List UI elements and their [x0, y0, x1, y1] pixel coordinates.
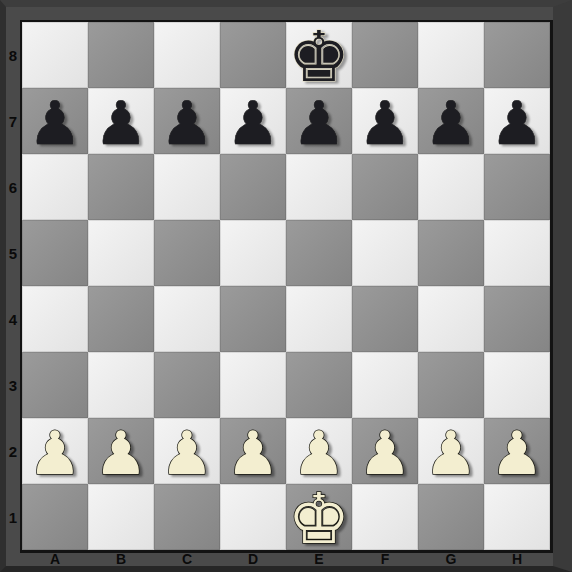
square-g2[interactable]: ♟ [418, 418, 484, 484]
square-b7[interactable]: ♟ [88, 88, 154, 154]
square-c7[interactable]: ♟ [154, 88, 220, 154]
square-c2[interactable]: ♟ [154, 418, 220, 484]
square-b5[interactable] [88, 220, 154, 286]
square-g7[interactable]: ♟ [418, 88, 484, 154]
piece-black-pawn-c7[interactable]: ♟ [160, 93, 214, 153]
rank-label-5: 5 [6, 220, 20, 286]
square-f2[interactable]: ♟ [352, 418, 418, 484]
square-a4[interactable] [22, 286, 88, 352]
square-h4[interactable] [484, 286, 550, 352]
square-h3[interactable] [484, 352, 550, 418]
square-d5[interactable] [220, 220, 286, 286]
square-g3[interactable] [418, 352, 484, 418]
square-a1[interactable] [22, 484, 88, 550]
square-a2[interactable]: ♟ [22, 418, 88, 484]
piece-black-king-e8[interactable]: ♚ [288, 22, 351, 92]
square-e5[interactable] [286, 220, 352, 286]
rank-labels: 87654321 [6, 22, 20, 550]
square-c5[interactable] [154, 220, 220, 286]
square-h8[interactable] [484, 22, 550, 88]
piece-white-pawn-h2[interactable]: ♟ [490, 423, 544, 483]
square-h2[interactable]: ♟ [484, 418, 550, 484]
square-b8[interactable] [88, 22, 154, 88]
square-d8[interactable] [220, 22, 286, 88]
rank-label-3: 3 [6, 352, 20, 418]
piece-black-pawn-e7[interactable]: ♟ [292, 93, 346, 153]
square-g6[interactable] [418, 154, 484, 220]
square-a3[interactable] [22, 352, 88, 418]
file-label-e: E [286, 553, 352, 566]
square-b6[interactable] [88, 154, 154, 220]
square-a7[interactable]: ♟ [22, 88, 88, 154]
square-c8[interactable] [154, 22, 220, 88]
square-d7[interactable]: ♟ [220, 88, 286, 154]
square-e4[interactable] [286, 286, 352, 352]
square-a5[interactable] [22, 220, 88, 286]
square-a6[interactable] [22, 154, 88, 220]
square-g8[interactable] [418, 22, 484, 88]
piece-white-pawn-e2[interactable]: ♟ [292, 423, 346, 483]
square-f7[interactable]: ♟ [352, 88, 418, 154]
square-c3[interactable] [154, 352, 220, 418]
square-f3[interactable] [352, 352, 418, 418]
file-label-h: H [484, 553, 550, 566]
rank-label-2: 2 [6, 418, 20, 484]
square-e2[interactable]: ♟ [286, 418, 352, 484]
square-d4[interactable] [220, 286, 286, 352]
square-h7[interactable]: ♟ [484, 88, 550, 154]
square-d3[interactable] [220, 352, 286, 418]
square-d6[interactable] [220, 154, 286, 220]
board[interactable]: ♚♟♟♟♟♟♟♟♟♟♟♟♟♟♟♟♟♚ [20, 20, 553, 553]
square-e8[interactable]: ♚ [286, 22, 352, 88]
square-e7[interactable]: ♟ [286, 88, 352, 154]
square-h6[interactable] [484, 154, 550, 220]
piece-white-pawn-b2[interactable]: ♟ [94, 423, 148, 483]
piece-white-pawn-f2[interactable]: ♟ [358, 423, 412, 483]
file-label-a: A [22, 553, 88, 566]
piece-white-pawn-d2[interactable]: ♟ [226, 423, 280, 483]
square-c6[interactable] [154, 154, 220, 220]
piece-white-pawn-c2[interactable]: ♟ [160, 423, 214, 483]
square-b3[interactable] [88, 352, 154, 418]
square-d1[interactable] [220, 484, 286, 550]
file-label-f: F [352, 553, 418, 566]
square-b2[interactable]: ♟ [88, 418, 154, 484]
square-h5[interactable] [484, 220, 550, 286]
square-e1[interactable]: ♚ [286, 484, 352, 550]
file-labels: ABCDEFGH [22, 553, 550, 566]
square-g4[interactable] [418, 286, 484, 352]
square-h1[interactable] [484, 484, 550, 550]
square-f8[interactable] [352, 22, 418, 88]
piece-white-pawn-g2[interactable]: ♟ [424, 423, 478, 483]
piece-white-king-e1[interactable]: ♚ [288, 484, 351, 554]
piece-white-pawn-a2[interactable]: ♟ [28, 423, 82, 483]
square-g1[interactable] [418, 484, 484, 550]
square-f4[interactable] [352, 286, 418, 352]
file-label-c: C [154, 553, 220, 566]
square-f1[interactable] [352, 484, 418, 550]
rank-label-4: 4 [6, 286, 20, 352]
piece-black-pawn-f7[interactable]: ♟ [358, 93, 412, 153]
piece-black-pawn-a7[interactable]: ♟ [28, 93, 82, 153]
square-e3[interactable] [286, 352, 352, 418]
square-e6[interactable] [286, 154, 352, 220]
square-c4[interactable] [154, 286, 220, 352]
file-label-b: B [88, 553, 154, 566]
square-g5[interactable] [418, 220, 484, 286]
rank-label-6: 6 [6, 154, 20, 220]
piece-black-pawn-g7[interactable]: ♟ [424, 93, 478, 153]
square-b1[interactable] [88, 484, 154, 550]
rank-label-1: 1 [6, 484, 20, 550]
piece-black-pawn-d7[interactable]: ♟ [226, 93, 280, 153]
piece-black-pawn-b7[interactable]: ♟ [94, 93, 148, 153]
file-label-d: D [220, 553, 286, 566]
square-c1[interactable] [154, 484, 220, 550]
rank-label-7: 7 [6, 88, 20, 154]
square-d2[interactable]: ♟ [220, 418, 286, 484]
square-f5[interactable] [352, 220, 418, 286]
square-a8[interactable] [22, 22, 88, 88]
piece-black-pawn-h7[interactable]: ♟ [490, 93, 544, 153]
rank-label-8: 8 [6, 22, 20, 88]
chess-board-frame: 87654321 ♚♟♟♟♟♟♟♟♟♟♟♟♟♟♟♟♟♚ ABCDEFGH [0, 0, 572, 572]
file-label-g: G [418, 553, 484, 566]
square-b4[interactable] [88, 286, 154, 352]
square-f6[interactable] [352, 154, 418, 220]
